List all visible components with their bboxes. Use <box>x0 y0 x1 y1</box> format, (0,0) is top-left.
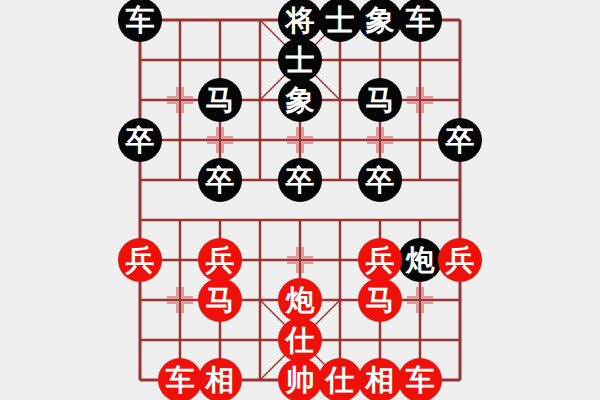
piece-black-pawn[interactable]: 卒 <box>438 118 482 162</box>
point-marker <box>367 127 393 153</box>
piece-black-pawn[interactable]: 卒 <box>278 158 322 202</box>
piece-red-pawn[interactable]: 兵 <box>438 238 482 282</box>
piece-red-elephant[interactable]: 相 <box>358 358 402 400</box>
point-marker-corner <box>301 261 313 273</box>
point-marker-corner <box>167 87 179 99</box>
piece-red-pawn[interactable]: 兵 <box>358 238 402 282</box>
piece-black-advisor[interactable]: 士 <box>278 38 322 82</box>
point-marker-corner <box>221 127 233 139</box>
board-intersections-grid: 车将士象车士马象马卒卒卒卒卒炮兵兵兵兵马炮马仕车相帅仕相车 <box>120 0 480 400</box>
point-marker <box>287 127 313 153</box>
point-marker-corner <box>167 287 179 299</box>
point-marker-corner <box>287 261 299 273</box>
point-marker-corner <box>421 87 433 99</box>
point-marker-corner <box>301 141 313 153</box>
piece-black-cannon[interactable]: 炮 <box>398 238 442 282</box>
piece-black-king[interactable]: 将 <box>278 0 322 42</box>
point-marker-corner <box>207 141 219 153</box>
piece-red-chariot[interactable]: 车 <box>158 358 202 400</box>
point-marker-corner <box>421 287 433 299</box>
piece-red-advisor[interactable]: 仕 <box>278 318 322 362</box>
piece-black-elephant[interactable]: 象 <box>278 78 322 122</box>
point-marker-corner <box>301 247 313 259</box>
point-marker-corner <box>287 247 299 259</box>
point-marker-corner <box>287 141 299 153</box>
piece-black-pawn[interactable]: 卒 <box>198 158 242 202</box>
piece-black-chariot[interactable]: 车 <box>118 0 162 42</box>
point-marker-corner <box>167 301 179 313</box>
piece-black-pawn[interactable]: 卒 <box>358 158 402 202</box>
point-marker <box>287 247 313 273</box>
point-marker-corner <box>167 101 179 113</box>
piece-black-advisor[interactable]: 士 <box>318 0 362 42</box>
point-marker-corner <box>181 101 193 113</box>
point-marker-corner <box>367 141 379 153</box>
point-marker <box>167 287 193 313</box>
piece-red-pawn[interactable]: 兵 <box>198 238 242 282</box>
piece-black-pawn[interactable]: 卒 <box>118 118 162 162</box>
point-marker-corner <box>181 87 193 99</box>
point-marker <box>407 87 433 113</box>
point-marker <box>407 287 433 313</box>
point-marker-corner <box>421 101 433 113</box>
point-marker-corner <box>407 101 419 113</box>
piece-black-elephant[interactable]: 象 <box>358 0 402 42</box>
point-marker-corner <box>287 127 299 139</box>
piece-red-king[interactable]: 帅 <box>278 358 322 400</box>
piece-black-horse[interactable]: 马 <box>198 78 242 122</box>
piece-red-advisor[interactable]: 仕 <box>318 358 362 400</box>
point-marker-corner <box>301 127 313 139</box>
piece-red-elephant[interactable]: 相 <box>198 358 242 400</box>
point-marker-corner <box>367 127 379 139</box>
point-marker-corner <box>407 287 419 299</box>
point-marker-corner <box>381 141 393 153</box>
piece-red-horse[interactable]: 马 <box>358 278 402 322</box>
piece-black-horse[interactable]: 马 <box>358 78 402 122</box>
piece-red-chariot[interactable]: 车 <box>398 358 442 400</box>
piece-black-chariot[interactable]: 车 <box>398 0 442 42</box>
piece-red-horse[interactable]: 马 <box>198 278 242 322</box>
point-marker <box>207 127 233 153</box>
point-marker <box>167 87 193 113</box>
point-marker-corner <box>181 301 193 313</box>
point-marker-corner <box>207 127 219 139</box>
point-marker-corner <box>221 141 233 153</box>
point-marker-corner <box>421 301 433 313</box>
point-marker-corner <box>381 127 393 139</box>
piece-red-pawn[interactable]: 兵 <box>118 238 162 282</box>
piece-red-cannon[interactable]: 炮 <box>278 278 322 322</box>
point-marker-corner <box>407 301 419 313</box>
xiangqi-board: 车将士象车士马象马卒卒卒卒卒炮兵兵兵兵马炮马仕车相帅仕相车 <box>0 0 600 400</box>
point-marker-corner <box>181 287 193 299</box>
point-marker-corner <box>407 87 419 99</box>
